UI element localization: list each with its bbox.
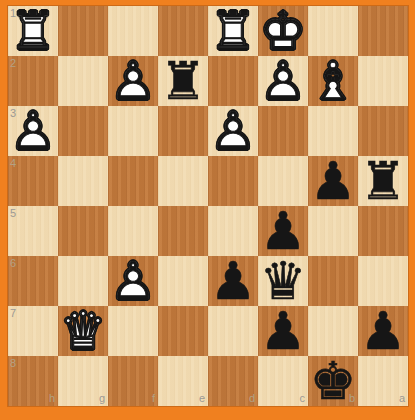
square-b6[interactable] <box>308 256 358 306</box>
square-b1[interactable] <box>308 6 358 56</box>
square-g3[interactable] <box>58 106 108 156</box>
square-f5[interactable] <box>108 206 158 256</box>
square-d1[interactable]: ♜♖ <box>208 6 258 56</box>
square-b5[interactable] <box>308 206 358 256</box>
square-f4[interactable] <box>108 156 158 206</box>
rank-label-3: 3 <box>10 108 16 119</box>
square-c4[interactable] <box>258 156 308 206</box>
piece-glyph-fill: ♟ <box>358 306 408 356</box>
square-c6[interactable]: ♛ <box>258 256 308 306</box>
rank-label-2: 2 <box>10 58 16 69</box>
square-e7[interactable] <box>158 306 208 356</box>
square-h8[interactable]: 8h <box>8 356 58 406</box>
square-b7[interactable] <box>308 306 358 356</box>
square-h5[interactable]: 5 <box>8 206 58 256</box>
white-bishop-icon[interactable]: ♝♗ <box>308 56 358 106</box>
black-rook-icon[interactable]: ♜ <box>158 56 208 106</box>
square-e4[interactable] <box>158 156 208 206</box>
file-label-a: a <box>399 393 405 404</box>
square-a7[interactable]: ♟ <box>358 306 408 356</box>
rank-label-8: 8 <box>10 358 16 369</box>
white-queen-icon[interactable]: ♛♕ <box>58 306 108 356</box>
square-h2[interactable]: 2 <box>8 56 58 106</box>
board-frame: 1♜♖♜♖♚♔2♟♙♜♟♙♝♗3♟♙♟♙4♟♜5♟6♟♙♟♛7♛♕♟♟8hgfe… <box>0 0 415 420</box>
piece-glyph-fill: ♜ <box>158 56 208 106</box>
square-e3[interactable] <box>158 106 208 156</box>
square-h7[interactable]: 7 <box>8 306 58 356</box>
square-c7[interactable]: ♟ <box>258 306 308 356</box>
square-c1[interactable]: ♚♔ <box>258 6 308 56</box>
square-g5[interactable] <box>58 206 108 256</box>
piece-glyph-outline: ♙ <box>258 56 308 106</box>
piece-glyph-fill: ♟ <box>258 306 308 356</box>
square-f7[interactable] <box>108 306 158 356</box>
piece-glyph-outline: ♙ <box>108 256 158 306</box>
white-king-icon[interactable]: ♚♔ <box>258 6 308 56</box>
square-a5[interactable] <box>358 206 408 256</box>
square-g6[interactable] <box>58 256 108 306</box>
square-d4[interactable] <box>208 156 258 206</box>
square-g4[interactable] <box>58 156 108 206</box>
square-d2[interactable] <box>208 56 258 106</box>
square-e8[interactable]: e <box>158 356 208 406</box>
black-pawn-icon[interactable]: ♟ <box>308 156 358 206</box>
black-pawn-icon[interactable]: ♟ <box>258 206 308 256</box>
file-label-h: h <box>49 393 55 404</box>
square-e1[interactable] <box>158 6 208 56</box>
square-b3[interactable] <box>308 106 358 156</box>
piece-glyph-fill: ♜ <box>358 156 408 206</box>
square-c8[interactable]: c <box>258 356 308 406</box>
piece-glyph-fill: ♟ <box>208 256 258 306</box>
piece-glyph-outline: ♗ <box>308 56 358 106</box>
black-pawn-icon[interactable]: ♟ <box>208 256 258 306</box>
file-label-f: f <box>152 393 155 404</box>
square-h1[interactable]: 1♜♖ <box>8 6 58 56</box>
square-f3[interactable] <box>108 106 158 156</box>
square-d5[interactable] <box>208 206 258 256</box>
square-g8[interactable]: g <box>58 356 108 406</box>
square-d3[interactable]: ♟♙ <box>208 106 258 156</box>
square-c2[interactable]: ♟♙ <box>258 56 308 106</box>
rank-label-7: 7 <box>10 308 16 319</box>
black-pawn-icon[interactable]: ♟ <box>258 306 308 356</box>
square-b4[interactable]: ♟ <box>308 156 358 206</box>
rank-label-1: 1 <box>10 8 16 19</box>
square-c3[interactable] <box>258 106 308 156</box>
square-h4[interactable]: 4 <box>8 156 58 206</box>
square-a2[interactable] <box>358 56 408 106</box>
piece-glyph-outline: ♔ <box>258 6 308 56</box>
file-label-g: g <box>99 393 105 404</box>
black-pawn-icon[interactable]: ♟ <box>358 306 408 356</box>
square-e2[interactable]: ♜ <box>158 56 208 106</box>
rank-label-5: 5 <box>10 208 16 219</box>
piece-glyph-outline: ♙ <box>208 106 258 156</box>
file-label-c: c <box>300 393 306 404</box>
white-pawn-icon[interactable]: ♟♙ <box>258 56 308 106</box>
white-pawn-icon[interactable]: ♟♙ <box>208 106 258 156</box>
square-a1[interactable] <box>358 6 408 56</box>
square-h3[interactable]: 3♟♙ <box>8 106 58 156</box>
square-a3[interactable] <box>358 106 408 156</box>
square-e5[interactable] <box>158 206 208 256</box>
chess-board: 1♜♖♜♖♚♔2♟♙♜♟♙♝♗3♟♙♟♙4♟♜5♟6♟♙♟♛7♛♕♟♟8hgfe… <box>8 6 408 406</box>
piece-glyph-fill: ♛ <box>258 256 308 306</box>
square-g2[interactable] <box>58 56 108 106</box>
white-rook-icon[interactable]: ♜♖ <box>208 6 258 56</box>
piece-glyph-outline: ♕ <box>58 306 108 356</box>
rank-label-6: 6 <box>10 258 16 269</box>
square-b8[interactable]: b♚ <box>308 356 358 406</box>
piece-glyph-fill: ♟ <box>258 206 308 256</box>
square-f1[interactable] <box>108 6 158 56</box>
square-a4[interactable]: ♜ <box>358 156 408 206</box>
square-d8[interactable]: d <box>208 356 258 406</box>
black-queen-icon[interactable]: ♛ <box>258 256 308 306</box>
square-c5[interactable]: ♟ <box>258 206 308 256</box>
white-pawn-icon[interactable]: ♟♙ <box>108 256 158 306</box>
file-label-e: e <box>199 393 205 404</box>
white-pawn-icon[interactable]: ♟♙ <box>108 56 158 106</box>
square-a8[interactable]: a <box>358 356 408 406</box>
file-label-b: b <box>349 393 355 404</box>
square-a6[interactable] <box>358 256 408 306</box>
square-f6[interactable]: ♟♙ <box>108 256 158 306</box>
square-h6[interactable]: 6 <box>8 256 58 306</box>
rank-label-4: 4 <box>10 158 16 169</box>
piece-glyph-outline: ♙ <box>108 56 158 106</box>
square-d6[interactable]: ♟ <box>208 256 258 306</box>
square-g7[interactable]: ♛♕ <box>58 306 108 356</box>
piece-glyph-fill: ♟ <box>308 156 358 206</box>
square-b2[interactable]: ♝♗ <box>308 56 358 106</box>
square-g1[interactable] <box>58 6 108 56</box>
piece-glyph-outline: ♖ <box>208 6 258 56</box>
black-rook-icon[interactable]: ♜ <box>358 156 408 206</box>
square-f8[interactable]: f <box>108 356 158 406</box>
square-d7[interactable] <box>208 306 258 356</box>
square-f2[interactable]: ♟♙ <box>108 56 158 106</box>
file-label-d: d <box>249 393 255 404</box>
square-e6[interactable] <box>158 256 208 306</box>
